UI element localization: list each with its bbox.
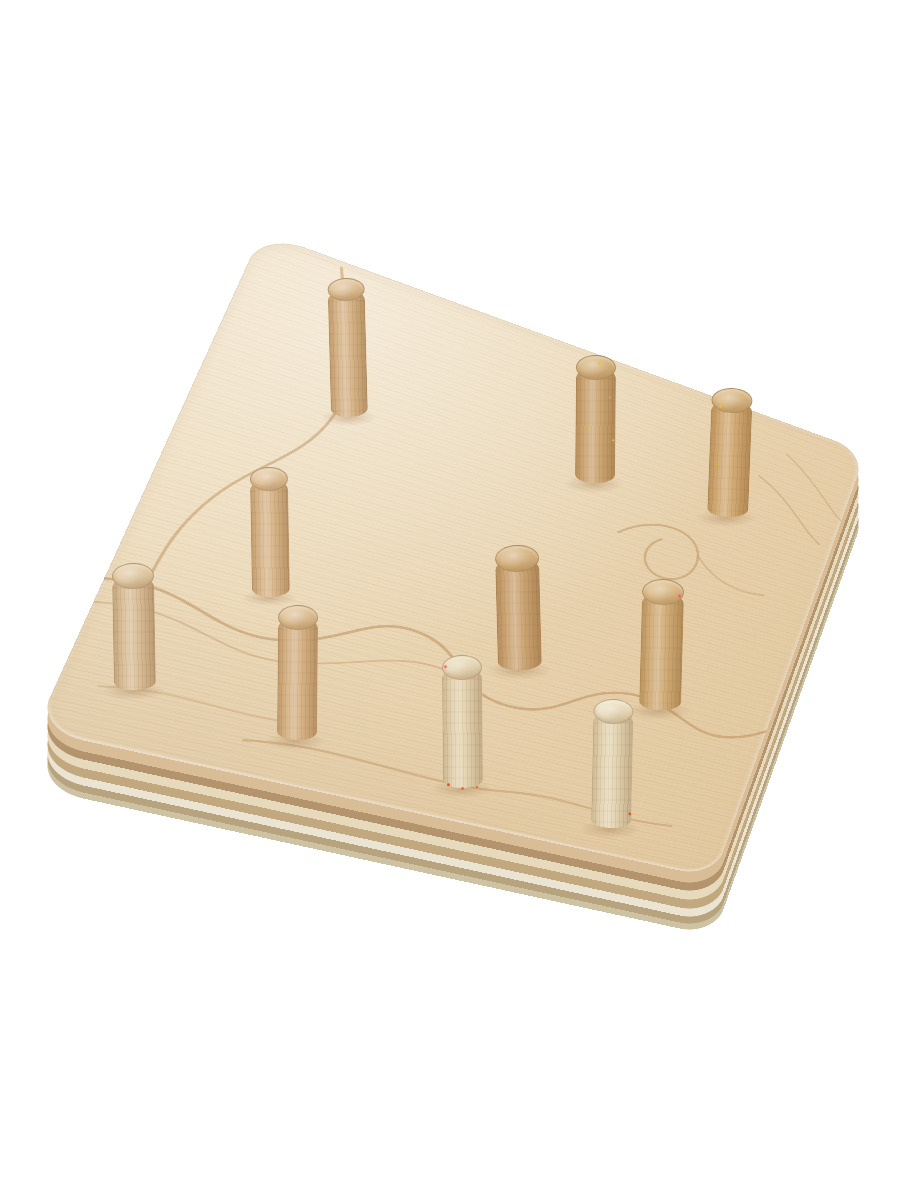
peg-body	[112, 576, 156, 691]
peg-r3c2[interactable]	[277, 617, 318, 740]
paint-speck	[461, 787, 464, 790]
peg-top-endgrain	[576, 354, 616, 379]
peg-top-endgrain	[711, 387, 753, 414]
peg-r3c1[interactable]	[112, 576, 156, 691]
peg-r3c4[interactable]	[591, 711, 633, 829]
peg-r1c1[interactable]	[328, 288, 368, 417]
paint-speck	[612, 439, 614, 441]
peg-top-endgrain	[278, 604, 318, 629]
peg-r1c2[interactable]	[575, 367, 616, 483]
peg-body	[639, 592, 684, 711]
peg-body	[495, 557, 542, 670]
pegboard-scene	[0, 0, 900, 1200]
peg-body	[442, 667, 483, 788]
peg-r2c2[interactable]	[495, 557, 542, 670]
paint-speck	[476, 786, 478, 788]
peg-top-endgrain	[495, 544, 540, 572]
paint-speck	[444, 665, 447, 668]
paint-speck	[587, 425, 589, 427]
paint-speck	[740, 395, 742, 397]
peg-body	[591, 711, 633, 829]
peg-body	[707, 399, 752, 517]
peg-body	[277, 617, 318, 740]
peg-r3c3[interactable]	[442, 667, 483, 788]
product-photo-canvas	[0, 0, 900, 1200]
peg-r2c3[interactable]	[639, 592, 684, 711]
peg-body	[328, 288, 368, 417]
peg-top-endgrain	[442, 655, 482, 680]
paint-speck	[719, 404, 722, 407]
paint-speck	[608, 396, 610, 398]
peg-body	[575, 367, 616, 483]
peg-body	[250, 479, 290, 598]
paint-speck	[628, 812, 631, 815]
peg-top-endgrain	[328, 277, 366, 301]
peg-r1c3[interactable]	[707, 399, 752, 517]
peg-r2c1[interactable]	[250, 479, 290, 598]
pegs-layer	[0, 0, 900, 1200]
peg-top-endgrain	[593, 698, 634, 724]
